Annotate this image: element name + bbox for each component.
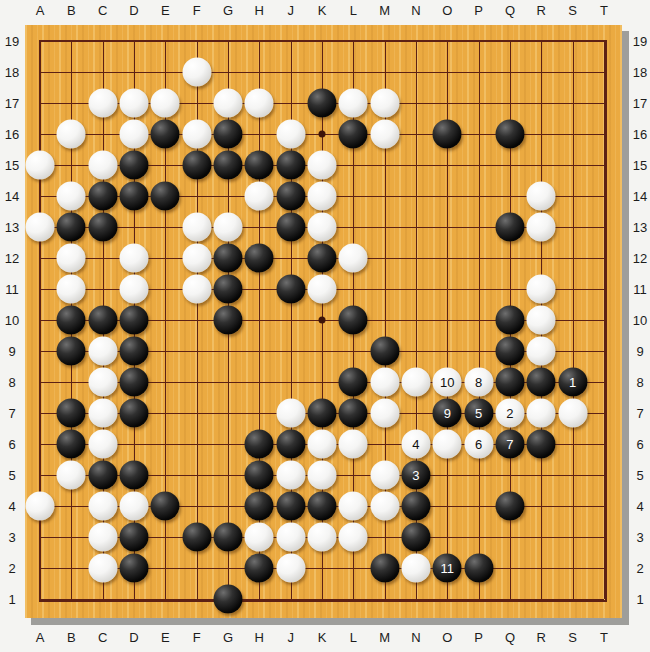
- stone-white-S7[interactable]: [558, 399, 587, 428]
- move-number-label: 10: [440, 368, 454, 397]
- stone-black-E14[interactable]: [151, 182, 180, 211]
- stone-black-Q8[interactable]: [495, 368, 524, 397]
- stone-black-G3[interactable]: [213, 523, 242, 552]
- column-label-bottom-H: H: [255, 630, 264, 645]
- row-label-left-11: 11: [5, 282, 19, 297]
- column-label-top-M: M: [379, 3, 390, 18]
- stone-black-C13[interactable]: [88, 213, 117, 242]
- stone-black-P7[interactable]: 5: [464, 399, 493, 428]
- row-label-left-3: 3: [8, 530, 15, 545]
- column-label-bottom-A: A: [36, 630, 45, 645]
- stone-white-C8[interactable]: [88, 368, 117, 397]
- stone-white-R11[interactable]: [527, 275, 556, 304]
- stone-black-H2[interactable]: [245, 554, 274, 583]
- row-label-left-15: 15: [5, 158, 19, 173]
- stone-black-Q13[interactable]: [495, 213, 524, 242]
- stone-white-K6[interactable]: [307, 430, 336, 459]
- stone-black-Q16[interactable]: [495, 120, 524, 149]
- stone-white-N8[interactable]: [401, 368, 430, 397]
- stone-white-H3[interactable]: [245, 523, 274, 552]
- column-label-top-S: S: [568, 3, 577, 18]
- stone-black-D3[interactable]: [119, 523, 148, 552]
- row-label-right-7: 7: [636, 406, 643, 421]
- stone-white-H17[interactable]: [245, 89, 274, 118]
- stone-white-D16[interactable]: [119, 120, 148, 149]
- move-number-label: 8: [475, 368, 482, 397]
- stone-white-K3[interactable]: [307, 523, 336, 552]
- stone-black-J11[interactable]: [276, 275, 305, 304]
- column-label-bottom-J: J: [287, 630, 294, 645]
- stone-white-K15[interactable]: [307, 151, 336, 180]
- stone-black-C14[interactable]: [88, 182, 117, 211]
- stone-white-H14[interactable]: [245, 182, 274, 211]
- stone-black-B10[interactable]: [57, 306, 86, 335]
- stone-white-B14[interactable]: [57, 182, 86, 211]
- stone-black-K17[interactable]: [307, 89, 336, 118]
- column-label-top-T: T: [600, 3, 608, 18]
- column-label-top-K: K: [318, 3, 327, 18]
- stone-white-C6[interactable]: [88, 430, 117, 459]
- stone-black-O2[interactable]: 11: [433, 554, 462, 583]
- stone-white-M8[interactable]: [370, 368, 399, 397]
- stone-white-R7[interactable]: [527, 399, 556, 428]
- stone-black-O16[interactable]: [433, 120, 462, 149]
- stone-black-J6[interactable]: [276, 430, 305, 459]
- stone-black-L7[interactable]: [339, 399, 368, 428]
- column-label-top-J: J: [287, 3, 294, 18]
- row-label-right-15: 15: [633, 158, 647, 173]
- stone-black-J14[interactable]: [276, 182, 305, 211]
- board-shadow-bottom: [31, 618, 629, 625]
- stone-black-B6[interactable]: [57, 430, 86, 459]
- column-label-bottom-G: G: [223, 630, 233, 645]
- column-label-top-R: R: [537, 3, 546, 18]
- stone-black-D8[interactable]: [119, 368, 148, 397]
- stone-black-C10[interactable]: [88, 306, 117, 335]
- stone-black-S8[interactable]: 1: [558, 368, 587, 397]
- stone-white-K5[interactable]: [307, 461, 336, 490]
- column-label-bottom-F: F: [193, 630, 201, 645]
- stone-black-G11[interactable]: [213, 275, 242, 304]
- move-number-label: 4: [412, 430, 419, 459]
- stone-black-Q6[interactable]: 7: [495, 430, 524, 459]
- row-label-right-8: 8: [636, 375, 643, 390]
- row-label-right-6: 6: [636, 437, 643, 452]
- row-label-left-13: 13: [5, 220, 19, 235]
- row-label-left-1: 1: [8, 592, 15, 607]
- row-label-right-14: 14: [633, 189, 647, 204]
- column-label-top-F: F: [193, 3, 201, 18]
- column-label-bottom-Q: Q: [505, 630, 515, 645]
- stone-white-M16[interactable]: [370, 120, 399, 149]
- stone-black-G12[interactable]: [213, 244, 242, 273]
- column-label-top-Q: Q: [505, 3, 515, 18]
- stone-white-F18[interactable]: [182, 58, 211, 87]
- stone-white-F16[interactable]: [182, 120, 211, 149]
- stone-black-E4[interactable]: [151, 492, 180, 521]
- column-label-top-O: O: [442, 3, 452, 18]
- column-label-bottom-S: S: [568, 630, 577, 645]
- column-label-top-H: H: [255, 3, 264, 18]
- stone-white-M5[interactable]: [370, 461, 399, 490]
- stone-black-L8[interactable]: [339, 368, 368, 397]
- stone-black-K7[interactable]: [307, 399, 336, 428]
- stone-white-G13[interactable]: [213, 213, 242, 242]
- stone-white-C3[interactable]: [88, 523, 117, 552]
- stone-white-A13[interactable]: [26, 213, 55, 242]
- column-label-top-N: N: [411, 3, 420, 18]
- column-label-top-A: A: [36, 3, 45, 18]
- stone-white-M7[interactable]: [370, 399, 399, 428]
- move-number-label: 7: [506, 430, 513, 459]
- stone-black-K12[interactable]: [307, 244, 336, 273]
- stone-white-L17[interactable]: [339, 89, 368, 118]
- stone-white-R9[interactable]: [527, 337, 556, 366]
- row-label-left-7: 7: [8, 406, 15, 421]
- stone-black-N5[interactable]: 3: [401, 461, 430, 490]
- stone-white-J7[interactable]: [276, 399, 305, 428]
- stone-black-G1[interactable]: [213, 585, 242, 614]
- stone-white-E17[interactable]: [151, 89, 180, 118]
- stone-white-C4[interactable]: [88, 492, 117, 521]
- move-number-label: 9: [444, 399, 451, 428]
- stone-black-E16[interactable]: [151, 120, 180, 149]
- row-label-left-17: 17: [5, 96, 19, 111]
- stone-white-L6[interactable]: [339, 430, 368, 459]
- stone-white-K13[interactable]: [307, 213, 336, 242]
- stone-white-M4[interactable]: [370, 492, 399, 521]
- stone-white-P8[interactable]: 8: [464, 368, 493, 397]
- stone-black-G16[interactable]: [213, 120, 242, 149]
- row-label-left-18: 18: [5, 65, 19, 80]
- stone-white-R14[interactable]: [527, 182, 556, 211]
- stone-black-G15[interactable]: [213, 151, 242, 180]
- column-label-bottom-R: R: [537, 630, 546, 645]
- column-label-bottom-T: T: [600, 630, 608, 645]
- row-label-left-2: 2: [8, 561, 15, 576]
- column-label-bottom-D: D: [129, 630, 138, 645]
- stone-black-G10[interactable]: [213, 306, 242, 335]
- row-label-right-16: 16: [633, 127, 647, 142]
- stone-black-Q9[interactable]: [495, 337, 524, 366]
- stone-white-K11[interactable]: [307, 275, 336, 304]
- column-label-top-D: D: [129, 3, 138, 18]
- stone-white-A4[interactable]: [26, 492, 55, 521]
- column-label-top-E: E: [161, 3, 170, 18]
- stone-white-J2[interactable]: [276, 554, 305, 583]
- stone-white-R10[interactable]: [527, 306, 556, 335]
- column-label-bottom-B: B: [67, 630, 76, 645]
- column-label-bottom-M: M: [379, 630, 390, 645]
- stone-black-J15[interactable]: [276, 151, 305, 180]
- stone-black-H12[interactable]: [245, 244, 274, 273]
- stone-black-D10[interactable]: [119, 306, 148, 335]
- stone-black-O7[interactable]: 9: [433, 399, 462, 428]
- move-number-label: 6: [475, 430, 482, 459]
- stone-white-N2[interactable]: [401, 554, 430, 583]
- stone-white-O8[interactable]: 10: [433, 368, 462, 397]
- column-label-bottom-O: O: [442, 630, 452, 645]
- stone-white-O6[interactable]: [433, 430, 462, 459]
- stone-white-J3[interactable]: [276, 523, 305, 552]
- stone-white-D12[interactable]: [119, 244, 148, 273]
- stone-white-L3[interactable]: [339, 523, 368, 552]
- row-label-left-16: 16: [5, 127, 19, 142]
- column-label-top-C: C: [98, 3, 107, 18]
- column-label-bottom-C: C: [98, 630, 107, 645]
- stone-white-J5[interactable]: [276, 461, 305, 490]
- stone-white-A15[interactable]: [26, 151, 55, 180]
- column-label-bottom-N: N: [411, 630, 420, 645]
- stone-black-J4[interactable]: [276, 492, 305, 521]
- row-label-right-12: 12: [633, 251, 647, 266]
- column-label-top-G: G: [223, 3, 233, 18]
- stone-black-D2[interactable]: [119, 554, 148, 583]
- row-label-left-10: 10: [5, 313, 19, 328]
- stone-white-Q7[interactable]: 2: [495, 399, 524, 428]
- stone-black-F3[interactable]: [182, 523, 211, 552]
- row-label-left-14: 14: [5, 189, 19, 204]
- stone-black-N3[interactable]: [401, 523, 430, 552]
- row-label-right-2: 2: [636, 561, 643, 576]
- stone-white-K14[interactable]: [307, 182, 336, 211]
- stone-white-F13[interactable]: [182, 213, 211, 242]
- stone-black-F15[interactable]: [182, 151, 211, 180]
- stone-white-C15[interactable]: [88, 151, 117, 180]
- star-point-K16: [318, 131, 325, 138]
- stone-black-P2[interactable]: [464, 554, 493, 583]
- stone-white-B12[interactable]: [57, 244, 86, 273]
- go-diagram-page: 1081952467311 AABBCCDDEEFFGGHHJJKKLLMMNN…: [0, 0, 650, 652]
- stone-black-N4[interactable]: [401, 492, 430, 521]
- row-label-right-11: 11: [633, 282, 647, 297]
- stone-white-G17[interactable]: [213, 89, 242, 118]
- row-label-right-17: 17: [633, 96, 647, 111]
- row-label-right-3: 3: [636, 530, 643, 545]
- stone-black-M2[interactable]: [370, 554, 399, 583]
- stone-black-H15[interactable]: [245, 151, 274, 180]
- row-label-left-9: 9: [8, 344, 15, 359]
- column-label-top-P: P: [474, 3, 483, 18]
- stone-black-C5[interactable]: [88, 461, 117, 490]
- stone-white-B16[interactable]: [57, 120, 86, 149]
- stone-white-L4[interactable]: [339, 492, 368, 521]
- stone-black-J13[interactable]: [276, 213, 305, 242]
- stone-white-B5[interactable]: [57, 461, 86, 490]
- go-board[interactable]: 1081952467311: [25, 25, 622, 618]
- stone-white-N6[interactable]: 4: [401, 430, 430, 459]
- stone-black-H6[interactable]: [245, 430, 274, 459]
- stone-white-F12[interactable]: [182, 244, 211, 273]
- move-number-label: 11: [441, 554, 455, 583]
- column-label-bottom-P: P: [474, 630, 483, 645]
- stone-black-Q10[interactable]: [495, 306, 524, 335]
- stone-black-L10[interactable]: [339, 306, 368, 335]
- column-label-top-L: L: [350, 3, 357, 18]
- stone-white-M17[interactable]: [370, 89, 399, 118]
- stone-black-H5[interactable]: [245, 461, 274, 490]
- stone-white-C2[interactable]: [88, 554, 117, 583]
- stone-black-D9[interactable]: [119, 337, 148, 366]
- stone-black-Q4[interactable]: [495, 492, 524, 521]
- row-label-left-5: 5: [8, 468, 15, 483]
- row-label-right-10: 10: [633, 313, 647, 328]
- stone-black-L16[interactable]: [339, 120, 368, 149]
- stone-white-L12[interactable]: [339, 244, 368, 273]
- row-label-left-6: 6: [8, 437, 15, 452]
- stone-black-M9[interactable]: [370, 337, 399, 366]
- stone-white-C7[interactable]: [88, 399, 117, 428]
- row-label-right-19: 19: [633, 34, 647, 49]
- stone-white-P6[interactable]: 6: [464, 430, 493, 459]
- row-label-right-18: 18: [633, 65, 647, 80]
- row-label-right-1: 1: [636, 592, 643, 607]
- stone-white-D17[interactable]: [119, 89, 148, 118]
- stone-black-K4[interactable]: [307, 492, 336, 521]
- stone-black-D15[interactable]: [119, 151, 148, 180]
- column-label-bottom-E: E: [161, 630, 170, 645]
- row-label-left-8: 8: [8, 375, 15, 390]
- row-label-left-4: 4: [8, 499, 15, 514]
- stone-black-B7[interactable]: [57, 399, 86, 428]
- stone-black-D7[interactable]: [119, 399, 148, 428]
- stone-white-B11[interactable]: [57, 275, 86, 304]
- move-number-label: 3: [412, 461, 419, 490]
- stone-black-R8[interactable]: [527, 368, 556, 397]
- move-number-label: 2: [506, 399, 513, 428]
- stone-white-D11[interactable]: [119, 275, 148, 304]
- column-label-top-B: B: [67, 3, 76, 18]
- column-label-bottom-L: L: [350, 630, 357, 645]
- board-shadow-right: [622, 31, 629, 624]
- star-point-K10: [318, 317, 325, 324]
- stone-black-B13[interactable]: [57, 213, 86, 242]
- stone-white-C9[interactable]: [88, 337, 117, 366]
- row-label-right-5: 5: [636, 468, 643, 483]
- stone-black-H4[interactable]: [245, 492, 274, 521]
- stone-black-R6[interactable]: [527, 430, 556, 459]
- stone-white-C17[interactable]: [88, 89, 117, 118]
- move-number-label: 1: [569, 368, 576, 397]
- row-label-right-4: 4: [636, 499, 643, 514]
- stone-black-B9[interactable]: [57, 337, 86, 366]
- stone-white-R13[interactable]: [527, 213, 556, 242]
- row-label-right-13: 13: [633, 220, 647, 235]
- stone-white-D4[interactable]: [119, 492, 148, 521]
- row-label-left-19: 19: [5, 34, 19, 49]
- column-label-bottom-K: K: [318, 630, 327, 645]
- row-label-right-9: 9: [636, 344, 643, 359]
- stone-black-D5[interactable]: [119, 461, 148, 490]
- stone-black-D14[interactable]: [119, 182, 148, 211]
- stone-white-J16[interactable]: [276, 120, 305, 149]
- move-number-label: 5: [475, 399, 482, 428]
- row-label-left-12: 12: [5, 251, 19, 266]
- stone-white-F11[interactable]: [182, 275, 211, 304]
